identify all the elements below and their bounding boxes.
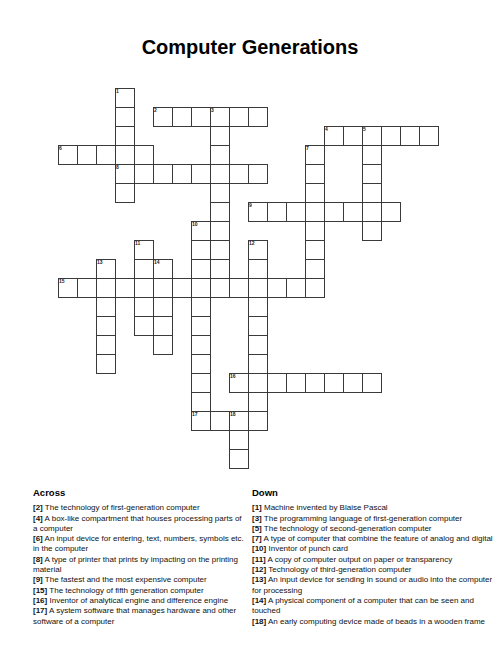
grid-cell-r9c4[interactable]: [134, 259, 154, 279]
grid-cell-r4c13[interactable]: [305, 164, 325, 184]
grid-cell-r6c11[interactable]: [267, 202, 287, 222]
clue-number-label: [17]: [33, 606, 47, 615]
clue-number-label: [15]: [33, 586, 47, 595]
cell-number-13: 13: [97, 259, 103, 265]
across-heading: Across: [33, 488, 246, 498]
clue-item-10: [10] Inventor of punch card: [252, 544, 494, 554]
grid-cell-r14c10[interactable]: [248, 354, 268, 374]
grid-cell-r15c14[interactable]: [324, 373, 344, 393]
cell-number-8: 8: [116, 164, 119, 170]
clue-number-label: [14]: [252, 596, 266, 605]
grid-cell-r10c2[interactable]: [96, 278, 116, 298]
grid-cell-r1c9[interactable]: [229, 107, 249, 127]
grid-cell-r15c13[interactable]: [305, 373, 325, 393]
cell-number-5: 5: [363, 126, 366, 132]
grid-cell-r9c8[interactable]: [210, 259, 230, 279]
cell-number-10: 10: [192, 221, 198, 227]
grid-cell-r4c16[interactable]: [362, 164, 382, 184]
grid-cell-r2c19[interactable]: [419, 126, 439, 146]
grid-cell-r4c6[interactable]: [172, 164, 192, 184]
clue-number-label: [8]: [33, 555, 43, 564]
grid-cell-r10c1[interactable]: [77, 278, 97, 298]
grid-cell-r6c17[interactable]: [381, 202, 401, 222]
grid-cell-r16c7[interactable]: [191, 392, 211, 412]
clue-number-label: [10]: [252, 544, 266, 553]
grid-cell-r15c7[interactable]: [191, 373, 211, 393]
grid-cell-r12c7[interactable]: [191, 316, 211, 336]
grid-cell-r1c3[interactable]: [115, 107, 135, 127]
cell-number-17: 17: [192, 411, 198, 417]
grid-cell-r13c5[interactable]: [153, 335, 173, 355]
clue-number-label: [2]: [33, 503, 43, 512]
grid-cell-r1c7[interactable]: [191, 107, 211, 127]
grid-cell-r6c15[interactable]: [343, 202, 363, 222]
grid-cell-r12c4[interactable]: [134, 316, 154, 336]
clue-item-4: [4] A box-like compartment that houses p…: [33, 514, 246, 535]
grid-cell-r4c8[interactable]: [210, 164, 230, 184]
grid-cell-r12c5[interactable]: [153, 316, 173, 336]
clue-item-7: [7] A type of computer that combine the …: [252, 534, 494, 544]
grid-cell-r13c10[interactable]: [248, 335, 268, 355]
clue-item-15: [15] The technology of fifth generation …: [33, 586, 246, 596]
grid-cell-r10c8[interactable]: [210, 278, 230, 298]
grid-cell-r6c8[interactable]: [210, 202, 230, 222]
clue-item-5: [5] The technology of second-generation …: [252, 524, 494, 534]
grid-cell-r16c10[interactable]: [248, 392, 268, 412]
grid-cell-r2c8[interactable]: [210, 126, 230, 146]
grid-cell-r10c6[interactable]: [172, 278, 192, 298]
grid-cell-r10c10[interactable]: [248, 278, 268, 298]
cell-number-9: 9: [249, 202, 252, 208]
grid-cell-r13c2[interactable]: [96, 335, 116, 355]
grid-cell-r12c10[interactable]: [248, 316, 268, 336]
grid-cell-r3c8[interactable]: [210, 145, 230, 165]
grid-cell-r10c13[interactable]: [305, 278, 325, 298]
cell-number-14: 14: [154, 259, 160, 265]
grid-cell-r14c2[interactable]: [96, 354, 116, 374]
grid-cell-r15c12[interactable]: [286, 373, 306, 393]
grid-cell-r7c16[interactable]: [362, 221, 382, 241]
grid-cell-r10c5[interactable]: [153, 278, 173, 298]
grid-cell-r3c3[interactable]: [115, 145, 135, 165]
clue-item-16: [16] Inventor of analytical engine and d…: [33, 596, 246, 606]
down-clue-list: [1] Machine invented by Blaise Pascal[3]…: [252, 503, 494, 627]
grid-cell-r4c10[interactable]: [248, 164, 268, 184]
grid-cell-r15c10[interactable]: [248, 373, 268, 393]
grid-cell-r2c18[interactable]: [400, 126, 420, 146]
grid-cell-r11c7[interactable]: [191, 297, 211, 317]
grid-cell-r8c7[interactable]: [191, 240, 211, 260]
grid-cell-r1c6[interactable]: [172, 107, 192, 127]
grid-cell-r9c13[interactable]: [305, 259, 325, 279]
grid-cell-r17c8[interactable]: [210, 411, 230, 431]
grid-cell-r3c16[interactable]: [362, 145, 382, 165]
grid-cell-r11c4[interactable]: [134, 297, 154, 317]
down-clues-section: Down [1] Machine invented by Blaise Pasc…: [252, 488, 494, 627]
grid-cell-r5c3[interactable]: [115, 183, 135, 203]
grid-cell-r3c2[interactable]: [96, 145, 116, 165]
clue-item-6: [6] An input device for entering, text, …: [33, 534, 246, 555]
grid-cell-r5c13[interactable]: [305, 183, 325, 203]
grid-cell-r2c17[interactable]: [381, 126, 401, 146]
clue-item-13: [13] An input device for sending in soun…: [252, 575, 494, 596]
cell-number-6: 6: [59, 145, 62, 151]
cell-number-4: 4: [325, 126, 328, 132]
grid-cell-r4c9[interactable]: [229, 164, 249, 184]
clue-number-label: [3]: [252, 514, 262, 523]
cell-number-3: 3: [211, 107, 214, 113]
across-clues-section: Across [2] The technology of first-gener…: [33, 488, 246, 627]
clue-number-label: [6]: [33, 534, 43, 543]
cell-number-2: 2: [154, 107, 157, 113]
grid-cell-r19c9[interactable]: [229, 449, 249, 469]
clue-item-12: [12] Technology of third-generation comp…: [252, 565, 494, 575]
grid-cell-r2c3[interactable]: [115, 126, 135, 146]
grid-cell-r8c8[interactable]: [210, 240, 230, 260]
crossword-grid: 123456789101112131415161718: [58, 88, 439, 469]
grid-cell-r10c7[interactable]: [191, 278, 211, 298]
clue-number-label: [13]: [252, 575, 266, 584]
grid-cell-r6c14[interactable]: [324, 202, 344, 222]
grid-cell-r11c10[interactable]: [248, 297, 268, 317]
clue-item-14: [14] A physical component of a computer …: [252, 596, 494, 617]
cell-number-1: 1: [116, 88, 119, 94]
grid-cell-r15c15[interactable]: [343, 373, 363, 393]
clue-item-17: [17] A system software that manages hard…: [33, 606, 246, 627]
cell-number-16: 16: [230, 373, 236, 379]
clue-item-18: [18] An early computing device made of b…: [252, 617, 494, 627]
clue-item-9: [9] The fastest and the most expensive c…: [33, 575, 246, 585]
clue-item-1: [1] Machine invented by Blaise Pascal: [252, 503, 494, 513]
grid-cell-r4c5[interactable]: [153, 164, 173, 184]
grid-cell-r3c1[interactable]: [77, 145, 97, 165]
grid-cell-r10c12[interactable]: [286, 278, 306, 298]
grid-cell-r13c7[interactable]: [191, 335, 211, 355]
down-heading: Down: [252, 488, 494, 498]
cell-number-12: 12: [249, 240, 255, 246]
grid-cell-r1c10[interactable]: [248, 107, 268, 127]
clue-number-label: [9]: [33, 575, 43, 584]
grid-cell-r2c15[interactable]: [343, 126, 363, 146]
clue-item-3: [3] The programming language of first-ge…: [252, 514, 494, 524]
grid-cell-r4c7[interactable]: [191, 164, 211, 184]
puzzle-title: Computer Generations: [0, 36, 500, 59]
cell-number-15: 15: [59, 278, 65, 284]
clue-number-label: [12]: [252, 565, 266, 574]
grid-cell-r4c4[interactable]: [134, 164, 154, 184]
grid-cell-r11c5[interactable]: [153, 297, 173, 317]
grid-cell-r17c10[interactable]: [248, 411, 268, 431]
grid-cell-r9c10[interactable]: [248, 259, 268, 279]
crossword-worksheet: { "game": "crossword", "page": { "title"…: [0, 0, 500, 647]
clue-number-label: [5]: [252, 524, 262, 533]
grid-cell-r12c2[interactable]: [96, 316, 116, 336]
grid-cell-r14c7[interactable]: [191, 354, 211, 374]
grid-cell-r6c13[interactable]: [305, 202, 325, 222]
across-clue-list: [2] The technology of first-generation c…: [33, 503, 246, 627]
clue-number-label: [7]: [252, 534, 262, 543]
grid-cell-r10c3[interactable]: [115, 278, 135, 298]
grid-cell-r10c11[interactable]: [267, 278, 287, 298]
grid-cell-r11c2[interactable]: [96, 297, 116, 317]
clue-item-11: [11] A copy of computer output on paper …: [252, 555, 494, 565]
cell-number-7: 7: [306, 145, 309, 151]
clue-number-label: [4]: [33, 514, 43, 523]
grid-cell-r15c11[interactable]: [267, 373, 287, 393]
clue-number-label: [1]: [252, 503, 262, 512]
grid-cell-r3c4[interactable]: [134, 145, 154, 165]
grid-cell-r10c9[interactable]: [229, 278, 249, 298]
clue-item-2: [2] The technology of first-generation c…: [33, 503, 246, 513]
grid-cell-r6c16[interactable]: [362, 202, 382, 222]
grid-cell-r7c13[interactable]: [305, 221, 325, 241]
grid-cell-r6c12[interactable]: [286, 202, 306, 222]
grid-cell-r5c8[interactable]: [210, 183, 230, 203]
grid-cell-r18c9[interactable]: [229, 430, 249, 450]
grid-cell-r5c16[interactable]: [362, 183, 382, 203]
grid-cell-r8c13[interactable]: [305, 240, 325, 260]
clue-item-8: [8] A type of printer that prints by imp…: [33, 555, 246, 576]
cell-number-11: 11: [135, 240, 140, 246]
clue-number-label: [18]: [252, 617, 266, 626]
grid-cell-r10c4[interactable]: [134, 278, 154, 298]
grid-cell-r15c16[interactable]: [362, 373, 382, 393]
grid-cell-r9c7[interactable]: [191, 259, 211, 279]
grid-cell-r7c8[interactable]: [210, 221, 230, 241]
cell-number-18: 18: [230, 411, 236, 417]
clue-number-label: [16]: [33, 596, 47, 605]
clue-number-label: [11]: [252, 555, 266, 564]
